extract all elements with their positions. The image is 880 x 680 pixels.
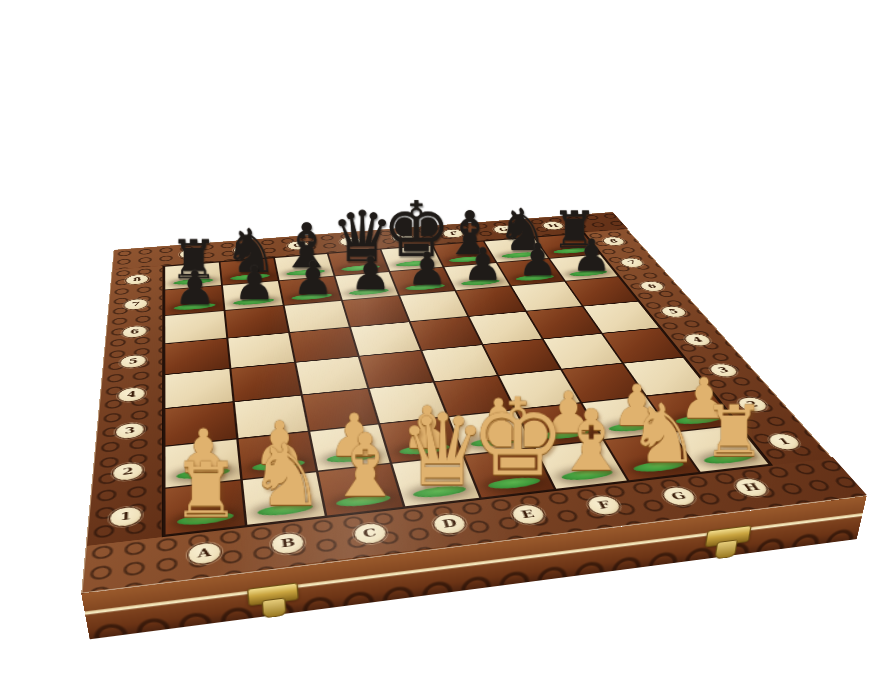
- coord-label-1: 1: [764, 432, 805, 451]
- square-c5: [290, 328, 357, 362]
- coord-label-7: 7: [123, 298, 148, 311]
- coord-label-H: H: [730, 477, 773, 499]
- black-pawn: ♟: [292, 255, 333, 301]
- square-a6: [165, 311, 226, 343]
- coord-label-A: A: [187, 541, 223, 567]
- black-pawn: ♟: [350, 251, 391, 297]
- white-queen: ♛: [398, 402, 487, 501]
- coord-label-B: B: [270, 531, 307, 556]
- square-b1: ♞: [243, 472, 325, 525]
- black-pawn: ♟: [406, 246, 447, 291]
- brass-clasp-right: [704, 525, 751, 547]
- brass-clasp-left: [247, 582, 299, 606]
- coord-label-G: G: [658, 485, 700, 507]
- coord-label-1: 1: [108, 505, 143, 529]
- white-rook: ♜: [702, 396, 766, 467]
- black-pawn: ♟: [462, 242, 502, 287]
- product-photo: ABCDEFGH ABCDEFGH 87654321 87654321 ♜♞♝♛…: [0, 0, 880, 680]
- coord-label-5: 5: [119, 354, 147, 369]
- coord-label-8: 8: [125, 274, 149, 286]
- square-d6: [343, 296, 409, 327]
- square-a1: ♜: [166, 481, 245, 535]
- square-e7: ♟: [390, 267, 454, 295]
- square-h7: ♟: [550, 255, 617, 281]
- coord-label-D: D: [430, 512, 469, 536]
- square-a7: ♟: [165, 286, 223, 315]
- square-a5: [165, 339, 229, 374]
- white-bishop: ♝: [326, 422, 404, 510]
- coord-label-4: 4: [117, 386, 146, 403]
- white-knight: ♞: [627, 393, 700, 474]
- square-b4: [231, 363, 300, 401]
- coord-label-E: E: [508, 503, 548, 526]
- square-c6: [285, 301, 349, 332]
- square-f7: ♟: [444, 263, 509, 290]
- square-b6: [226, 306, 289, 338]
- coord-label-2: 2: [111, 461, 144, 482]
- square-c1: ♝: [318, 464, 402, 515]
- square-d1: ♛: [392, 456, 479, 506]
- square-e5: [411, 317, 482, 350]
- white-rook: ♜: [171, 451, 240, 528]
- black-pawn: ♟: [233, 260, 275, 307]
- square-d7: ♟: [335, 272, 398, 300]
- chess-board-scene: ABCDEFGH ABCDEFGH 87654321 87654321 ♜♞♝♛…: [81, 212, 867, 594]
- white-knight: ♞: [247, 433, 324, 519]
- square-d4: [360, 351, 433, 388]
- square-h5: [584, 302, 659, 333]
- coord-label-5: 5: [658, 305, 690, 318]
- square-c4: [296, 357, 367, 394]
- square-c7: ♟: [280, 276, 341, 305]
- coord-label-F: F: [584, 494, 625, 517]
- black-pawn: ♟: [173, 265, 215, 312]
- coord-label-7: 7: [618, 257, 647, 268]
- square-b5: [228, 333, 294, 368]
- square-d5: [351, 322, 420, 355]
- coord-label-6: 6: [121, 325, 147, 339]
- black-pawn: ♟: [517, 238, 557, 283]
- square-a4: [165, 369, 232, 408]
- coord-label-3: 3: [114, 422, 145, 441]
- coord-label-4: 4: [681, 333, 715, 347]
- square-e6: [400, 291, 467, 321]
- coord-label-C: C: [351, 521, 389, 546]
- square-b7: ♟: [223, 281, 283, 310]
- coord-label-6: 6: [637, 280, 668, 292]
